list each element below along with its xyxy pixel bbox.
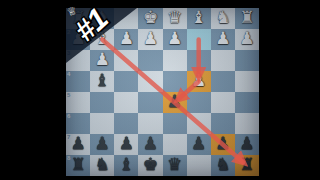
square-d6[interactable] [163,113,187,134]
square-g8[interactable]: ♞ [90,155,114,176]
square-g4[interactable]: ♝ [90,71,114,92]
square-d5[interactable]: ♟ [163,92,187,113]
black-queen-d8[interactable]: ♛ [167,156,182,173]
square-e4[interactable] [138,71,162,92]
white-rook-a1[interactable]: ♜ [239,9,254,26]
square-f2[interactable]: ♟ [114,29,138,50]
rank-label-8: 8 [67,155,70,162]
square-a7[interactable]: ♟ [235,134,259,155]
square-e6[interactable] [138,113,162,134]
square-c5[interactable] [187,92,211,113]
square-a4[interactable] [235,71,259,92]
square-f8[interactable]: ♝ [114,155,138,176]
square-e1[interactable]: ♚ [138,8,162,29]
square-d2[interactable]: ♟ [163,29,187,50]
square-a2[interactable]: ♟ [235,29,259,50]
white-queen-d1[interactable]: ♛ [167,9,182,26]
black-rook-h8[interactable]: ♜ [70,156,85,173]
square-b6[interactable] [211,113,235,134]
square-h4[interactable]: 4 [66,71,90,92]
rank-label-7: 7 [67,134,70,141]
black-knight-b8[interactable]: ♞ [215,156,230,173]
square-d3[interactable] [163,50,187,71]
square-b7[interactable]: ♟ [211,134,235,155]
square-f4[interactable] [114,71,138,92]
square-a1[interactable]: ♜ [235,8,259,29]
square-f7[interactable]: ♟ [114,134,138,155]
black-bishop-g4[interactable]: ♝ [95,72,110,89]
square-d4[interactable] [163,71,187,92]
square-h8[interactable]: 8♜ [66,155,90,176]
square-c4[interactable]: ♟ [187,71,211,92]
black-pawn-f7[interactable]: ♟ [119,135,134,152]
square-b8[interactable]: ♞ [211,155,235,176]
square-c8[interactable] [187,155,211,176]
rank-label-4: 4 [67,71,70,78]
white-pawn-f2[interactable]: ♟ [119,30,134,47]
square-a6[interactable] [235,113,259,134]
square-b1[interactable]: ♞ [211,8,235,29]
square-a8[interactable]: ♜ [235,155,259,176]
black-pawn-h7[interactable]: ♟ [70,135,85,152]
white-pawn-g3[interactable]: ♟ [95,51,110,68]
rank-label-6: 6 [67,113,70,120]
square-d8[interactable]: ♛ [163,155,187,176]
white-pawn-e2[interactable]: ♟ [143,30,158,47]
square-c2[interactable] [187,29,211,50]
white-pawn-d2[interactable]: ♟ [167,30,182,47]
square-e3[interactable] [138,50,162,71]
square-f5[interactable] [114,92,138,113]
square-c7[interactable]: ♟ [187,134,211,155]
square-c1[interactable]: ♝ [187,8,211,29]
square-e8[interactable]: ♚ [138,155,162,176]
square-f3[interactable] [114,50,138,71]
white-king-e1[interactable]: ♚ [143,9,158,26]
black-rook-a8[interactable]: ♜ [239,156,254,173]
square-b4[interactable] [211,71,235,92]
square-c6[interactable] [187,113,211,134]
white-pawn-b2[interactable]: ♟ [215,30,230,47]
black-king-e8[interactable]: ♚ [143,156,158,173]
white-pawn-c4[interactable]: ♟ [191,72,206,89]
square-e5[interactable] [138,92,162,113]
black-knight-g8[interactable]: ♞ [95,156,110,173]
black-pawn-a7[interactable]: ♟ [239,135,254,152]
square-e7[interactable]: ♟ [138,134,162,155]
black-pawn-d5[interactable]: ♟ [167,93,182,110]
square-h6[interactable]: 6 [66,113,90,134]
thumbnail-stage: 1♜♞♚♛♝♞♜2♟♝♟♟♟♟♟3♟4♝♟5♟67♟♟♟♟♟♟♟8♜♞♝♚♛♞♜… [0,0,320,180]
square-d7[interactable] [163,134,187,155]
square-a5[interactable] [235,92,259,113]
square-e2[interactable]: ♟ [138,29,162,50]
white-pawn-a2[interactable]: ♟ [239,30,254,47]
square-d1[interactable]: ♛ [163,8,187,29]
square-c3[interactable] [187,50,211,71]
black-pawn-b7[interactable]: ♟ [215,135,230,152]
rank-label-5: 5 [67,92,70,99]
white-bishop-c1[interactable]: ♝ [191,9,206,26]
black-bishop-f8[interactable]: ♝ [119,156,134,173]
square-f6[interactable] [114,113,138,134]
square-g3[interactable]: ♟ [90,50,114,71]
white-knight-b1[interactable]: ♞ [215,9,230,26]
square-b2[interactable]: ♟ [211,29,235,50]
square-h5[interactable]: 5 [66,92,90,113]
black-pawn-g7[interactable]: ♟ [95,135,110,152]
square-h7[interactable]: 7♟ [66,134,90,155]
square-b5[interactable] [211,92,235,113]
square-b3[interactable] [211,50,235,71]
square-a3[interactable] [235,50,259,71]
black-pawn-c7[interactable]: ♟ [191,135,206,152]
black-pawn-e7[interactable]: ♟ [143,135,158,152]
square-g7[interactable]: ♟ [90,134,114,155]
square-g5[interactable] [90,92,114,113]
square-g6[interactable] [90,113,114,134]
